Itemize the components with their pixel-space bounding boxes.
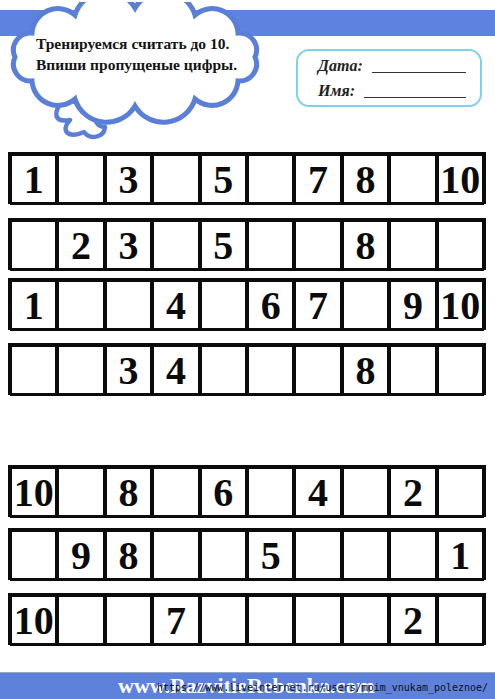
instruction-line2: Впиши пропущеные цифры. [36,54,246,75]
cell-blank[interactable] [247,345,294,396]
cell-given: 1 [10,280,57,331]
cell-given: 4 [152,345,199,396]
cell-given: 8 [342,154,389,205]
cell-blank[interactable] [152,467,199,518]
instruction-text: Тренируемся считать до 10. Впиши пропуще… [36,33,246,75]
number-row-5: 108642 [8,465,486,517]
cell-given: 7 [152,595,199,646]
cell-blank[interactable] [57,280,104,331]
cell-blank[interactable] [389,345,436,396]
date-input-line[interactable] [372,71,466,73]
cell-given: 8 [105,467,152,518]
cell-given: 2 [389,595,436,646]
cell-blank[interactable] [247,595,294,646]
cell-blank[interactable] [294,345,341,396]
cell-blank[interactable] [437,595,484,646]
cell-blank[interactable] [294,595,341,646]
cell-given: 5 [200,220,247,271]
cell-blank[interactable] [247,220,294,271]
cell-blank[interactable] [437,220,484,271]
cell-blank[interactable] [57,467,104,518]
source-url: https://www.liveinternet.ru/users/moim_v… [157,682,488,693]
cell-blank[interactable] [389,220,436,271]
cell-blank[interactable] [247,467,294,518]
cell-given: 6 [247,280,294,331]
cell-blank[interactable] [200,345,247,396]
cell-given: 8 [342,220,389,271]
cell-given: 8 [342,345,389,396]
cell-blank[interactable] [10,345,57,396]
cell-blank[interactable] [389,530,436,581]
cell-given: 3 [105,154,152,205]
cell-given: 9 [57,530,104,581]
cell-blank[interactable] [342,595,389,646]
cell-blank[interactable] [105,595,152,646]
date-row: Дата: [318,57,466,75]
cell-given: 1 [10,154,57,205]
number-row-1: 1357810 [8,152,486,204]
cell-blank[interactable] [294,530,341,581]
cell-given: 2 [389,467,436,518]
cell-blank[interactable] [342,280,389,331]
number-row-6: 9851 [8,528,486,580]
number-row-3: 1467910 [8,278,486,330]
cell-blank[interactable] [10,530,57,581]
cell-given: 1 [437,530,484,581]
cell-given: 10 [437,280,484,331]
cell-given: 4 [152,280,199,331]
name-row: Имя: [318,82,466,100]
cell-blank[interactable] [200,595,247,646]
cell-given: 9 [389,280,436,331]
cell-given: 5 [247,530,294,581]
cell-given: 6 [200,467,247,518]
cell-blank[interactable] [437,467,484,518]
cell-blank[interactable] [200,280,247,331]
cell-blank[interactable] [437,345,484,396]
cell-blank[interactable] [389,154,436,205]
cell-blank[interactable] [342,530,389,581]
cell-blank[interactable] [247,154,294,205]
number-row-2: 2358 [8,218,486,270]
name-input-line[interactable] [364,96,466,98]
cell-given: 7 [294,280,341,331]
name-date-box: Дата: Имя: [296,49,482,107]
cell-blank[interactable] [57,345,104,396]
cell-given: 10 [10,595,57,646]
number-row-7: 1072 [8,593,486,645]
cell-blank[interactable] [152,154,199,205]
cell-blank[interactable] [294,220,341,271]
cell-blank[interactable] [152,530,199,581]
worksheet-page: Тренируемся считать до 10. Впиши пропуще… [0,0,495,699]
cell-given: 7 [294,154,341,205]
cell-blank[interactable] [342,467,389,518]
name-label: Имя: [318,82,355,100]
cell-blank[interactable] [200,530,247,581]
cell-given: 10 [437,154,484,205]
instruction-line1: Тренируемся считать до 10. [36,33,246,54]
cell-given: 4 [294,467,341,518]
cell-blank[interactable] [152,220,199,271]
date-label: Дата: [318,57,363,75]
cell-blank[interactable] [10,220,57,271]
cell-given: 3 [105,345,152,396]
footer-band: www.RazvitieRebenka.com https://www.live… [0,672,495,699]
cell-blank[interactable] [105,280,152,331]
cell-given: 3 [105,220,152,271]
cell-given: 5 [200,154,247,205]
cell-blank[interactable] [57,154,104,205]
cell-given: 8 [105,530,152,581]
cell-given: 10 [10,467,57,518]
cell-given: 2 [57,220,104,271]
number-row-4: 348 [8,343,486,395]
cell-blank[interactable] [57,595,104,646]
